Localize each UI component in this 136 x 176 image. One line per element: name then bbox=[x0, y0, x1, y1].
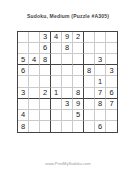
cell-r6c6: 8 bbox=[73, 88, 84, 99]
sudoku-page: Sudoku, Medium (Puzzle #A305) 3492685483… bbox=[0, 0, 136, 176]
cell-r5c3 bbox=[40, 76, 51, 87]
cell-r8c8 bbox=[95, 110, 106, 121]
cell-r2c6 bbox=[73, 43, 84, 54]
cell-r1c4: 4 bbox=[51, 32, 62, 43]
cell-r5c1 bbox=[18, 76, 29, 87]
cell-r6c1: 3 bbox=[18, 88, 29, 99]
cell-r5c9 bbox=[106, 76, 117, 87]
cell-r4c9: 3 bbox=[106, 65, 117, 76]
cell-r3c5 bbox=[62, 54, 73, 65]
cell-r3c4 bbox=[51, 54, 62, 65]
cell-r6c7 bbox=[84, 88, 95, 99]
cell-r2c5: 8 bbox=[62, 43, 73, 54]
cell-r4c7: 8 bbox=[84, 65, 95, 76]
cell-r6c9: 6 bbox=[106, 88, 117, 99]
cell-r9c1: 8 bbox=[18, 121, 29, 132]
cell-r9c7 bbox=[84, 121, 95, 132]
cell-r1c3: 3 bbox=[40, 32, 51, 43]
cell-r2c7 bbox=[84, 43, 95, 54]
cell-r7c5: 3 bbox=[62, 99, 73, 110]
cell-r3c2: 4 bbox=[29, 54, 40, 65]
cell-r9c4 bbox=[51, 121, 62, 132]
cell-r5c5 bbox=[62, 76, 73, 87]
cell-r9c2 bbox=[29, 121, 40, 132]
cell-r1c2 bbox=[29, 32, 40, 43]
cell-r9c6 bbox=[73, 121, 84, 132]
sudoku-grid: 3492685483683132187639874586 bbox=[17, 31, 118, 133]
cell-r8c3 bbox=[40, 110, 51, 121]
page-title: Sudoku, Medium (Puzzle #A305) bbox=[0, 13, 136, 19]
cell-r7c4 bbox=[51, 99, 62, 110]
cell-r6c3: 2 bbox=[40, 88, 51, 99]
cell-r7c9: 7 bbox=[106, 99, 117, 110]
cell-r4c1: 6 bbox=[18, 65, 29, 76]
cell-r6c8: 7 bbox=[95, 88, 106, 99]
cell-r5c2 bbox=[29, 76, 40, 87]
cell-r4c5 bbox=[62, 65, 73, 76]
cell-r4c6 bbox=[73, 65, 84, 76]
cell-r2c9 bbox=[106, 43, 117, 54]
cell-r4c4 bbox=[51, 65, 62, 76]
cell-r2c3: 6 bbox=[40, 43, 51, 54]
cell-r1c1 bbox=[18, 32, 29, 43]
cell-r5c6 bbox=[73, 76, 84, 87]
cell-r9c9 bbox=[106, 121, 117, 132]
cell-r7c1 bbox=[18, 99, 29, 110]
cell-r3c6 bbox=[73, 54, 84, 65]
cell-r8c7 bbox=[84, 110, 95, 121]
cell-r3c3: 8 bbox=[40, 54, 51, 65]
cell-r4c8 bbox=[95, 65, 106, 76]
cell-r3c9 bbox=[106, 54, 117, 65]
cell-r9c8: 6 bbox=[95, 121, 106, 132]
cell-r3c8: 3 bbox=[95, 54, 106, 65]
cell-r5c8: 1 bbox=[95, 76, 106, 87]
cell-r4c2 bbox=[29, 65, 40, 76]
cell-r8c4 bbox=[51, 110, 62, 121]
cell-r1c6: 2 bbox=[73, 32, 84, 43]
cell-r1c9 bbox=[106, 32, 117, 43]
cell-r8c9 bbox=[106, 110, 117, 121]
cell-r1c5: 9 bbox=[62, 32, 73, 43]
cell-r8c5 bbox=[62, 110, 73, 121]
cell-r3c7 bbox=[84, 54, 95, 65]
cell-r7c8: 8 bbox=[95, 99, 106, 110]
cell-r9c5 bbox=[62, 121, 73, 132]
cell-r5c4 bbox=[51, 76, 62, 87]
cell-r6c2 bbox=[29, 88, 40, 99]
cell-r6c5 bbox=[62, 88, 73, 99]
cell-r2c4 bbox=[51, 43, 62, 54]
cell-r9c3 bbox=[40, 121, 51, 132]
cell-r8c1: 4 bbox=[18, 110, 29, 121]
cell-r2c8 bbox=[95, 43, 106, 54]
cell-r7c7 bbox=[84, 99, 95, 110]
cell-r2c1 bbox=[18, 43, 29, 54]
footer-url: www.PrintMySudoku.com bbox=[0, 161, 136, 166]
cell-r6c4: 1 bbox=[51, 88, 62, 99]
cell-r3c1: 5 bbox=[18, 54, 29, 65]
cell-r5c7 bbox=[84, 76, 95, 87]
cell-r1c8 bbox=[95, 32, 106, 43]
cell-r8c6: 5 bbox=[73, 110, 84, 121]
cell-r4c3 bbox=[40, 65, 51, 76]
cell-r7c3 bbox=[40, 99, 51, 110]
cell-r2c2 bbox=[29, 43, 40, 54]
cell-r1c7 bbox=[84, 32, 95, 43]
cell-r7c6: 9 bbox=[73, 99, 84, 110]
cell-r7c2 bbox=[29, 99, 40, 110]
cell-r8c2 bbox=[29, 110, 40, 121]
